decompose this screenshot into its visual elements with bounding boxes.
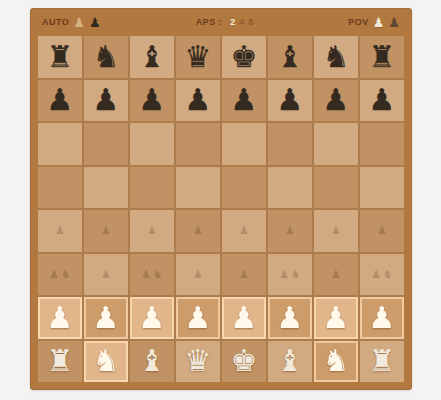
piece-white-bishop[interactable]: ♝ [277, 346, 304, 376]
move-hints: ♟ [222, 210, 266, 252]
square-a7[interactable]: ♟ [38, 80, 82, 122]
auto-white-pawn-icon[interactable]: ♟ [73, 16, 85, 29]
square-e3[interactable]: ♟ [222, 254, 266, 296]
square-b5[interactable] [84, 167, 128, 209]
move-hint-pawn-icon: ♟ [101, 225, 111, 236]
move-hint-pawn-icon: ♟ [331, 269, 341, 280]
square-h4[interactable]: ♟ [360, 210, 404, 252]
piece-black-pawn[interactable]: ♟ [277, 85, 304, 115]
square-d5[interactable] [176, 167, 220, 209]
move-hints: ♟ [84, 254, 128, 296]
square-c5[interactable] [130, 167, 174, 209]
aps-options: 248 [230, 17, 253, 27]
square-e1[interactable]: ♚ [222, 341, 266, 383]
pov-black-pawn-icon[interactable]: ♟ [388, 16, 400, 29]
square-f1[interactable]: ♝ [268, 341, 312, 383]
square-b6[interactable] [84, 123, 128, 165]
piece-white-pawn[interactable]: ♟ [323, 303, 350, 333]
piece-white-pawn[interactable]: ♟ [231, 303, 258, 333]
square-e2[interactable]: ♟ [222, 297, 266, 339]
move-hint-pawn-icon: ♟ [193, 225, 203, 236]
move-hints: ♟♞ [360, 254, 404, 296]
square-e5[interactable] [222, 167, 266, 209]
move-hint-pawn-icon: ♟ [147, 225, 157, 236]
move-hint-pawn-icon: ♟ [239, 269, 249, 280]
move-hint-pawn-icon: ♟ [279, 269, 289, 280]
chess-board: ♜♞♝♛♚♝♞♜♟♟♟♟♟♟♟♟♟♟♟♟♟♟♟♟♟♞♟♟♞♟♟♟♞♟♟♞♟♟♟♟… [38, 36, 404, 382]
move-hint-pawn-icon: ♟ [377, 225, 387, 236]
move-hint-pawn-icon: ♟ [285, 225, 295, 236]
move-hint-pawn-icon: ♟ [239, 225, 249, 236]
piece-white-pawn[interactable]: ♟ [277, 303, 304, 333]
aps-label: APS : [196, 17, 223, 27]
move-hint-knight-icon: ♞ [291, 269, 301, 280]
square-f5[interactable] [268, 167, 312, 209]
square-f2[interactable]: ♟ [268, 297, 312, 339]
pov-label: POV [348, 17, 369, 27]
chess-board-frame: AUTO ♟♟ APS : 248 POV ♟♟ ♜♞♝♛♚♝♞♜♟♟♟♟♟♟♟… [30, 8, 412, 390]
square-d8[interactable]: ♛ [176, 36, 220, 78]
piece-black-king[interactable]: ♚ [231, 42, 258, 72]
square-h2[interactable]: ♟ [360, 297, 404, 339]
pov-white-pawn-icon[interactable]: ♟ [373, 16, 385, 29]
piece-black-pawn[interactable]: ♟ [47, 85, 74, 115]
piece-black-pawn[interactable]: ♟ [231, 85, 258, 115]
square-g5[interactable] [314, 167, 358, 209]
screen: AUTO ♟♟ APS : 248 POV ♟♟ ♜♞♝♛♚♝♞♜♟♟♟♟♟♟♟… [0, 0, 441, 400]
square-h5[interactable] [360, 167, 404, 209]
piece-black-rook[interactable]: ♜ [47, 42, 74, 72]
square-e4[interactable]: ♟ [222, 210, 266, 252]
piece-white-rook[interactable]: ♜ [47, 346, 74, 376]
square-g6[interactable] [314, 123, 358, 165]
square-d2[interactable]: ♟ [176, 297, 220, 339]
square-c4[interactable]: ♟ [130, 210, 174, 252]
piece-black-pawn[interactable]: ♟ [93, 85, 120, 115]
square-g2[interactable]: ♟ [314, 297, 358, 339]
move-hints: ♟ [84, 210, 128, 252]
move-hints: ♟ [130, 210, 174, 252]
move-hints: ♟ [314, 210, 358, 252]
square-f8[interactable]: ♝ [268, 36, 312, 78]
aps-option-4[interactable]: 4 [239, 17, 244, 27]
piece-black-pawn[interactable]: ♟ [323, 85, 350, 115]
piece-black-bishop[interactable]: ♝ [139, 42, 166, 72]
pov-control: POV ♟♟ [348, 16, 400, 29]
piece-white-pawn[interactable]: ♟ [47, 303, 74, 333]
move-hints: ♟ [176, 254, 220, 296]
square-h7[interactable]: ♟ [360, 80, 404, 122]
move-hint-pawn-icon: ♟ [49, 269, 59, 280]
piece-white-pawn[interactable]: ♟ [185, 303, 212, 333]
square-c7[interactable]: ♟ [130, 80, 174, 122]
move-hint-knight-icon: ♞ [153, 269, 163, 280]
move-hints: ♟ [222, 254, 266, 296]
square-e8[interactable]: ♚ [222, 36, 266, 78]
piece-black-pawn[interactable]: ♟ [139, 85, 166, 115]
square-b8[interactable]: ♞ [84, 36, 128, 78]
square-a1[interactable]: ♜ [38, 341, 82, 383]
square-c2[interactable]: ♟ [130, 297, 174, 339]
square-h3[interactable]: ♟♞ [360, 254, 404, 296]
square-a4[interactable]: ♟ [38, 210, 82, 252]
square-a6[interactable] [38, 123, 82, 165]
piece-white-queen[interactable]: ♛ [185, 346, 212, 376]
piece-black-rook[interactable]: ♜ [369, 42, 396, 72]
move-hints: ♟♞ [130, 254, 174, 296]
square-d3[interactable]: ♟ [176, 254, 220, 296]
square-b7[interactable]: ♟ [84, 80, 128, 122]
square-g8[interactable]: ♞ [314, 36, 358, 78]
square-g4[interactable]: ♟ [314, 210, 358, 252]
square-a8[interactable]: ♜ [38, 36, 82, 78]
piece-white-king[interactable]: ♚ [231, 346, 258, 376]
square-g1[interactable]: ♞ [314, 341, 358, 383]
square-g7[interactable]: ♟ [314, 80, 358, 122]
piece-black-pawn[interactable]: ♟ [185, 85, 212, 115]
piece-white-pawn[interactable]: ♟ [139, 303, 166, 333]
square-a5[interactable] [38, 167, 82, 209]
piece-black-knight[interactable]: ♞ [93, 42, 120, 72]
square-a2[interactable]: ♟ [38, 297, 82, 339]
piece-black-bishop[interactable]: ♝ [277, 42, 304, 72]
square-f3[interactable]: ♟♞ [268, 254, 312, 296]
move-hint-knight-icon: ♞ [383, 269, 393, 280]
move-hint-pawn-icon: ♟ [331, 225, 341, 236]
move-hints: ♟ [268, 210, 312, 252]
pov-toggles: ♟♟ [373, 16, 400, 29]
aps-option-2[interactable]: 2 [230, 17, 235, 27]
square-b4[interactable]: ♟ [84, 210, 128, 252]
square-d4[interactable]: ♟ [176, 210, 220, 252]
move-hint-pawn-icon: ♟ [101, 269, 111, 280]
square-f7[interactable]: ♟ [268, 80, 312, 122]
square-h6[interactable] [360, 123, 404, 165]
piece-black-pawn[interactable]: ♟ [369, 85, 396, 115]
square-c3[interactable]: ♟♞ [130, 254, 174, 296]
square-h8[interactable]: ♜ [360, 36, 404, 78]
square-a3[interactable]: ♟♞ [38, 254, 82, 296]
auto-black-pawn-icon[interactable]: ♟ [89, 16, 101, 29]
piece-white-bishop[interactable]: ♝ [139, 346, 166, 376]
move-hints: ♟ [176, 210, 220, 252]
square-c1[interactable]: ♝ [130, 341, 174, 383]
auto-toggles: ♟♟ [73, 16, 100, 29]
aps-control: APS : 248 [196, 17, 254, 27]
square-d1[interactable]: ♛ [176, 341, 220, 383]
piece-white-pawn[interactable]: ♟ [93, 303, 120, 333]
move-hint-pawn-icon: ♟ [141, 269, 151, 280]
square-b1[interactable]: ♞ [84, 341, 128, 383]
square-e7[interactable]: ♟ [222, 80, 266, 122]
move-hint-pawn-icon: ♟ [371, 269, 381, 280]
board-toolbar: AUTO ♟♟ APS : 248 POV ♟♟ [30, 8, 412, 36]
auto-control: AUTO ♟♟ [42, 16, 101, 29]
square-d7[interactable]: ♟ [176, 80, 220, 122]
square-f6[interactable] [268, 123, 312, 165]
move-hint-pawn-icon: ♟ [55, 225, 65, 236]
move-hint-pawn-icon: ♟ [193, 269, 203, 280]
piece-white-knight[interactable]: ♞ [93, 346, 120, 376]
piece-white-knight[interactable]: ♞ [323, 346, 350, 376]
square-d6[interactable] [176, 123, 220, 165]
move-hints: ♟ [360, 210, 404, 252]
move-hint-knight-icon: ♞ [61, 269, 71, 280]
square-h1[interactable]: ♜ [360, 341, 404, 383]
move-hints: ♟ [314, 254, 358, 296]
move-hints: ♟♞ [268, 254, 312, 296]
aps-option-8[interactable]: 8 [248, 17, 253, 27]
square-b2[interactable]: ♟ [84, 297, 128, 339]
square-f4[interactable]: ♟ [268, 210, 312, 252]
piece-white-rook[interactable]: ♜ [369, 346, 396, 376]
square-c8[interactable]: ♝ [130, 36, 174, 78]
piece-black-knight[interactable]: ♞ [323, 42, 350, 72]
auto-label: AUTO [42, 17, 69, 27]
square-e6[interactable] [222, 123, 266, 165]
move-hints: ♟ [38, 210, 82, 252]
piece-white-pawn[interactable]: ♟ [369, 303, 396, 333]
square-b3[interactable]: ♟ [84, 254, 128, 296]
square-c6[interactable] [130, 123, 174, 165]
square-g3[interactable]: ♟ [314, 254, 358, 296]
piece-black-queen[interactable]: ♛ [185, 42, 212, 72]
move-hints: ♟♞ [38, 254, 82, 296]
